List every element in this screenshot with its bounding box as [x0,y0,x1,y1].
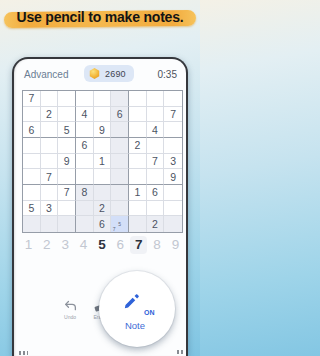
sudoku-cell-r8c2[interactable]: 3 [41,201,59,217]
sudoku-cell-r2c4[interactable]: 4 [76,107,94,123]
sudoku-cell-r5c9[interactable]: 3 [164,154,182,170]
sudoku-cell-r1c2[interactable] [41,91,59,107]
sudoku-cell-r7c6[interactable] [111,185,129,201]
sudoku-cell-r5c1[interactable] [23,154,41,170]
sudoku-cell-r2c9[interactable]: 7 [164,107,182,123]
sudoku-cell-r2c1[interactable] [23,107,41,123]
tutorial-caption-banner: Use pencil to make notes. [0,6,200,32]
sudoku-cell-r6c4[interactable] [76,169,94,185]
sudoku-cell-r1c5[interactable] [94,91,112,107]
sudoku-cell-r1c9[interactable] [164,91,182,107]
sudoku-cell-r3c3[interactable]: 5 [58,122,76,138]
sudoku-cell-r5c3[interactable]: 9 [58,154,76,170]
pencil-notes: 57 [111,216,128,232]
sudoku-cell-r6c3[interactable] [58,169,76,185]
pencil-icon [123,293,140,314]
sudoku-cell-r7c1[interactable] [23,185,41,201]
sudoku-cell-r7c2[interactable] [41,185,59,201]
sudoku-cell-r9c8[interactable]: 2 [147,216,165,232]
sudoku-cell-r5c5[interactable]: 1 [94,154,112,170]
coin-icon [89,68,100,79]
sudoku-cell-r6c6[interactable] [111,169,129,185]
sudoku-cell-r9c7[interactable] [129,216,147,232]
sudoku-cell-r3c4[interactable] [76,122,94,138]
sudoku-cell-r1c4[interactable] [76,91,94,107]
numpad-6[interactable]: 6 [112,236,129,254]
sudoku-cell-r4c4[interactable]: 6 [76,138,94,154]
numpad-1[interactable]: 1 [20,236,37,254]
sudoku-cell-r7c8[interactable]: 6 [147,185,165,201]
sudoku-cell-r5c4[interactable] [76,154,94,170]
sudoku-cell-r1c3[interactable] [58,91,76,107]
numpad-4[interactable]: 4 [75,236,92,254]
sudoku-cell-r8c6[interactable] [111,201,129,217]
undo-button[interactable]: Undo [57,299,83,320]
sudoku-cell-r4c5[interactable] [94,138,112,154]
sudoku-cell-r2c7[interactable] [129,107,147,123]
sudoku-cell-r7c3[interactable]: 7 [58,185,76,201]
undo-icon [57,299,83,312]
sudoku-cell-r8c7[interactable] [129,201,147,217]
sudoku-cell-r2c6[interactable]: 6 [111,107,129,123]
sudoku-cell-r6c8[interactable] [147,169,165,185]
sudoku-cell-r8c8[interactable] [147,201,165,217]
sudoku-cell-r1c1[interactable]: 7 [23,91,41,107]
numpad-5[interactable]: 5 [94,236,111,254]
sudoku-cell-r9c3[interactable] [58,216,76,232]
sudoku-cell-r6c7[interactable] [129,169,147,185]
sudoku-cell-r4c2[interactable] [41,138,59,154]
note-label: Note [99,320,171,331]
sudoku-cell-r7c5[interactable] [94,185,112,201]
undo-label: Undo [57,314,83,320]
sudoku-cell-r8c5[interactable]: 2 [94,201,112,217]
sudoku-cell-r3c7[interactable] [129,122,147,138]
sudoku-cell-r3c8[interactable]: 4 [147,122,165,138]
sudoku-cell-r7c7[interactable]: 1 [129,185,147,201]
sudoku-cell-r5c8[interactable]: 7 [147,154,165,170]
sudoku-cell-r6c2[interactable]: 7 [41,169,59,185]
sudoku-cell-r2c5[interactable] [94,107,112,123]
sudoku-cell-r1c6[interactable] [111,91,129,107]
sudoku-cell-r8c3[interactable] [58,201,76,217]
sudoku-cell-r8c9[interactable] [164,201,182,217]
sudoku-cell-r1c7[interactable] [129,91,147,107]
sudoku-cell-r7c4[interactable]: 8 [76,185,94,201]
sudoku-cell-r6c9[interactable]: 9 [164,169,182,185]
sudoku-cell-r5c7[interactable] [129,154,147,170]
sudoku-cell-r3c1[interactable]: 6 [23,122,41,138]
sudoku-cell-r8c1[interactable]: 5 [23,201,41,217]
sudoku-cell-r5c6[interactable] [111,154,129,170]
difficulty-label: Advanced [24,69,68,80]
sudoku-board: 7246765946291737978165326572 [22,90,183,233]
sudoku-cell-r3c6[interactable] [111,122,129,138]
sudoku-cell-r5c2[interactable] [41,154,59,170]
sudoku-cell-r4c6[interactable] [111,138,129,154]
sudoku-cell-r4c9[interactable] [164,138,182,154]
sudoku-cell-r2c2[interactable]: 2 [41,107,59,123]
sudoku-cell-r6c1[interactable] [23,169,41,185]
sudoku-cell-r9c4[interactable] [76,216,94,232]
number-pad: 123456789 [20,235,184,255]
tutorial-spotlight-circle: ON Note [99,271,175,347]
sudoku-cell-r3c5[interactable]: 9 [94,122,112,138]
sudoku-cell-r9c6[interactable]: 57 [111,216,129,232]
sudoku-cell-r4c7[interactable]: 2 [129,138,147,154]
game-timer: 0:35 [158,69,177,80]
sudoku-cell-r3c2[interactable] [41,122,59,138]
coin-counter[interactable]: 2690 [84,65,134,82]
cutoff-fragment-right [177,350,184,354]
tutorial-caption: Use pencil to make notes. [0,9,200,25]
numpad-9[interactable]: 9 [167,236,184,254]
sudoku-cell-r6c5[interactable] [94,169,112,185]
sudoku-cell-r4c1[interactable] [23,138,41,154]
sudoku-cell-r9c9[interactable] [164,216,182,232]
sudoku-cell-r9c2[interactable] [41,216,59,232]
numpad-8[interactable]: 8 [149,236,166,254]
phone-mockup: Advanced 2690 0:35 724676594629173797816… [12,57,188,356]
sudoku-cell-r8c4[interactable] [76,201,94,217]
numpad-3[interactable]: 3 [57,236,74,254]
note-on-badge: ON [144,309,155,316]
sudoku-cell-r3c9[interactable] [164,122,182,138]
cutoff-fragment-left [19,351,28,355]
numpad-7[interactable]: 7 [130,236,147,254]
sudoku-cell-r9c5[interactable]: 6 [94,216,112,232]
sudoku-cell-r1c8[interactable] [147,91,165,107]
sudoku-cell-r2c3[interactable] [58,107,76,123]
sudoku-cell-r7c9[interactable] [164,185,182,201]
numpad-2[interactable]: 2 [38,236,55,254]
sudoku-cell-r2c8[interactable] [147,107,165,123]
coin-count: 2690 [105,69,126,79]
sudoku-cell-r4c8[interactable] [147,138,165,154]
note-button[interactable]: ON Note [99,271,175,347]
sudoku-cell-r4c3[interactable] [58,138,76,154]
sudoku-cell-r9c1[interactable] [23,216,41,232]
